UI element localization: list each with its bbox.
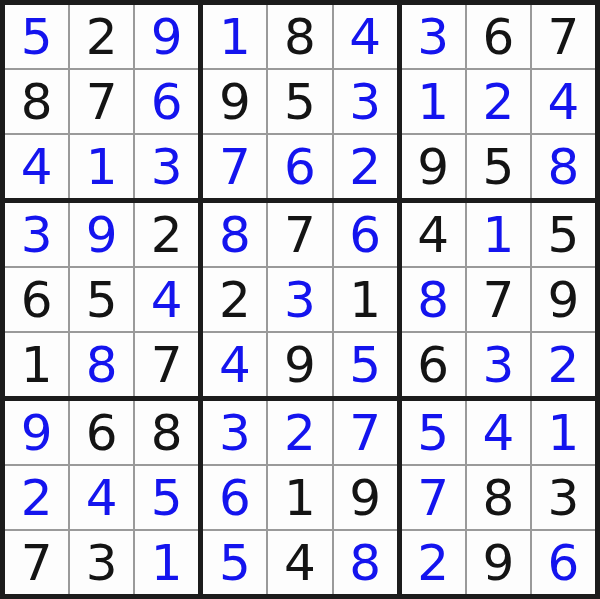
cell-r5c7[interactable]: 8: [402, 268, 465, 331]
cell-r9c9[interactable]: 6: [532, 531, 595, 594]
cell-r6c2[interactable]: 8: [70, 333, 133, 396]
cell-r8c5[interactable]: 1: [268, 466, 331, 529]
cell-r3c8[interactable]: 5: [467, 135, 530, 198]
cell-r7c8[interactable]: 4: [467, 401, 530, 464]
cell-r3c6[interactable]: 2: [334, 135, 397, 198]
cell-r1c9[interactable]: 7: [532, 5, 595, 68]
cell-r6c9[interactable]: 2: [532, 333, 595, 396]
cell-r6c3[interactable]: 7: [135, 333, 198, 396]
cell-r8c6[interactable]: 9: [334, 466, 397, 529]
cell-r3c7[interactable]: 9: [402, 135, 465, 198]
cell-r8c3[interactable]: 5: [135, 466, 198, 529]
cell-r4c8[interactable]: 1: [467, 203, 530, 266]
cell-r6c7[interactable]: 6: [402, 333, 465, 396]
box-2-1: 392654187: [5, 203, 198, 396]
cell-r8c4[interactable]: 6: [203, 466, 266, 529]
cell-r2c1[interactable]: 8: [5, 70, 68, 133]
box-2-3: 415879632: [402, 203, 595, 396]
cell-r5c5[interactable]: 3: [268, 268, 331, 331]
box-2-2: 876231495: [203, 203, 396, 396]
cell-r1c6[interactable]: 4: [334, 5, 397, 68]
cell-r4c2[interactable]: 9: [70, 203, 133, 266]
cell-r1c5[interactable]: 8: [268, 5, 331, 68]
cell-r2c8[interactable]: 2: [467, 70, 530, 133]
cell-r4c3[interactable]: 2: [135, 203, 198, 266]
box-3-3: 541783296: [402, 401, 595, 594]
box-1-3: 367124958: [402, 5, 595, 198]
cell-r9c1[interactable]: 7: [5, 531, 68, 594]
sudoku-board: 5298764131849537623671249583926541878762…: [0, 0, 600, 599]
cell-r2c9[interactable]: 4: [532, 70, 595, 133]
box-1-2: 184953762: [203, 5, 396, 198]
cell-r5c2[interactable]: 5: [70, 268, 133, 331]
cell-r6c1[interactable]: 1: [5, 333, 68, 396]
cell-r9c4[interactable]: 5: [203, 531, 266, 594]
cell-r5c3[interactable]: 4: [135, 268, 198, 331]
cell-r4c7[interactable]: 4: [402, 203, 465, 266]
cell-r2c3[interactable]: 6: [135, 70, 198, 133]
cell-r4c5[interactable]: 7: [268, 203, 331, 266]
cell-r7c5[interactable]: 2: [268, 401, 331, 464]
cell-r1c2[interactable]: 2: [70, 5, 133, 68]
cell-r6c5[interactable]: 9: [268, 333, 331, 396]
cell-r8c1[interactable]: 2: [5, 466, 68, 529]
cell-r8c7[interactable]: 7: [402, 466, 465, 529]
cell-r6c8[interactable]: 3: [467, 333, 530, 396]
cell-r2c4[interactable]: 9: [203, 70, 266, 133]
cell-r5c8[interactable]: 7: [467, 268, 530, 331]
cell-r7c7[interactable]: 5: [402, 401, 465, 464]
cell-r2c5[interactable]: 5: [268, 70, 331, 133]
cell-r7c2[interactable]: 6: [70, 401, 133, 464]
cell-r1c8[interactable]: 6: [467, 5, 530, 68]
cell-r8c9[interactable]: 3: [532, 466, 595, 529]
cell-r7c4[interactable]: 3: [203, 401, 266, 464]
cell-r3c9[interactable]: 8: [532, 135, 595, 198]
cell-r1c4[interactable]: 1: [203, 5, 266, 68]
cell-r7c6[interactable]: 7: [334, 401, 397, 464]
cell-r2c7[interactable]: 1: [402, 70, 465, 133]
cell-r1c3[interactable]: 9: [135, 5, 198, 68]
cell-r4c9[interactable]: 5: [532, 203, 595, 266]
cell-r4c6[interactable]: 6: [334, 203, 397, 266]
cell-r5c9[interactable]: 9: [532, 268, 595, 331]
cell-r4c4[interactable]: 8: [203, 203, 266, 266]
cell-r5c6[interactable]: 1: [334, 268, 397, 331]
cell-r7c3[interactable]: 8: [135, 401, 198, 464]
cell-r1c7[interactable]: 3: [402, 5, 465, 68]
cell-r5c4[interactable]: 2: [203, 268, 266, 331]
cell-r5c1[interactable]: 6: [5, 268, 68, 331]
cell-r9c6[interactable]: 8: [334, 531, 397, 594]
cell-r7c1[interactable]: 9: [5, 401, 68, 464]
cell-r3c1[interactable]: 4: [5, 135, 68, 198]
cell-r2c2[interactable]: 7: [70, 70, 133, 133]
cell-r7c9[interactable]: 1: [532, 401, 595, 464]
cell-r3c3[interactable]: 3: [135, 135, 198, 198]
cell-r3c5[interactable]: 6: [268, 135, 331, 198]
box-3-2: 327619548: [203, 401, 396, 594]
box-1-1: 529876413: [5, 5, 198, 198]
box-3-1: 968245731: [5, 401, 198, 594]
cell-r6c4[interactable]: 4: [203, 333, 266, 396]
cell-r6c6[interactable]: 5: [334, 333, 397, 396]
cell-r9c3[interactable]: 1: [135, 531, 198, 594]
cell-r8c2[interactable]: 4: [70, 466, 133, 529]
cell-r3c2[interactable]: 1: [70, 135, 133, 198]
cell-r8c8[interactable]: 8: [467, 466, 530, 529]
cell-r9c5[interactable]: 4: [268, 531, 331, 594]
cell-r9c2[interactable]: 3: [70, 531, 133, 594]
cell-r9c8[interactable]: 9: [467, 531, 530, 594]
cell-r9c7[interactable]: 2: [402, 531, 465, 594]
cell-r4c1[interactable]: 3: [5, 203, 68, 266]
cell-r1c1[interactable]: 5: [5, 5, 68, 68]
cell-r3c4[interactable]: 7: [203, 135, 266, 198]
cell-r2c6[interactable]: 3: [334, 70, 397, 133]
